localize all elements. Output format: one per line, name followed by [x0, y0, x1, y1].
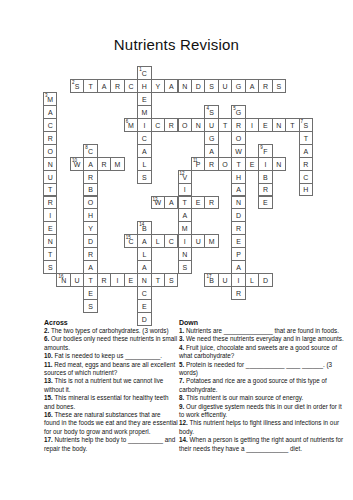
cell-letter: C: [88, 148, 93, 157]
cell-letter: I: [264, 161, 266, 170]
crossword-grid: 1C2STARCHYANDSUGARS3MEAM4S5GC6MICRONUTRI…: [43, 66, 313, 326]
cell-letter: I: [143, 122, 145, 131]
grid-cell[interactable]: D: [258, 273, 272, 287]
grid-cell[interactable]: L: [245, 273, 259, 287]
grid-cell[interactable]: 3M: [43, 92, 57, 106]
grid-cell[interactable]: R: [258, 79, 272, 93]
grid-cell[interactable]: U: [191, 234, 205, 248]
grid-cell[interactable]: 8C: [83, 144, 97, 158]
cell-number: 14: [139, 222, 144, 227]
clue-number: 5.: [179, 361, 186, 368]
cell-letter: A: [48, 109, 53, 118]
clue-item: 13. This is not a nutrient but we cannot…: [44, 377, 178, 394]
cell-letter: S: [48, 264, 53, 273]
grid-cell[interactable]: R: [164, 118, 178, 132]
grid-cell[interactable]: E: [258, 196, 272, 210]
grid-cell[interactable]: N: [191, 118, 205, 132]
grid-cell[interactable]: L: [137, 247, 151, 261]
cell-letter: S: [209, 109, 214, 118]
cell-letter: T: [48, 186, 52, 195]
grid-cell[interactable]: R: [258, 183, 272, 197]
cell-letter: G: [209, 135, 214, 144]
cell-letter: A: [88, 264, 93, 273]
clue-item: 1. Nutrients are ______________ that are…: [179, 327, 346, 335]
cell-letter: R: [48, 199, 53, 208]
grid-cell[interactable]: C: [151, 118, 165, 132]
grid-cell[interactable]: I: [110, 273, 124, 287]
cell-letter: I: [184, 238, 186, 247]
grid-cell[interactable]: N: [178, 247, 192, 261]
grid-cell[interactable]: R: [204, 157, 218, 171]
grid-cell[interactable]: 17B: [204, 273, 218, 287]
cell-letter: C: [128, 83, 133, 92]
grid-cell[interactable]: C: [164, 234, 178, 248]
cell-letter: I: [251, 122, 253, 131]
cell-number: 12: [180, 171, 185, 176]
grid-cell[interactable]: 12V: [178, 170, 192, 184]
cell-number: 9: [260, 145, 263, 150]
worksheet-page: { "title": "Nutrients Revision", "game":…: [0, 0, 353, 500]
clue-item: 14. When a person is getting the right a…: [179, 436, 346, 453]
cell-letter: A: [102, 83, 107, 92]
grid-cell[interactable]: R: [83, 170, 97, 184]
clue-number: 17.: [44, 436, 55, 443]
clue-item: 5. Protein is needed for ___________ ___…: [179, 361, 346, 378]
grid-cell[interactable]: W: [231, 144, 245, 158]
cell-letter: S: [88, 303, 93, 312]
grid-cell[interactable]: H: [137, 79, 151, 93]
grid-cell[interactable]: 4S: [204, 105, 218, 119]
clue-item: 15. This mineral is essential for health…: [44, 394, 178, 411]
cell-letter: A: [169, 83, 174, 92]
cell-number: 17: [206, 274, 211, 279]
grid-cell[interactable]: A: [231, 260, 245, 274]
cell-letter: C: [142, 135, 147, 144]
grid-cell[interactable]: 11P: [191, 157, 205, 171]
clue-text: Fruit juice, chocolate and sweets are a …: [179, 344, 337, 359]
cell-letter: T: [88, 83, 92, 92]
grid-cell[interactable]: I: [137, 118, 151, 132]
clue-text: Nutrients are ______________ that are fo…: [186, 327, 339, 334]
grid-cell[interactable]: O: [83, 196, 97, 210]
cell-letter: L: [156, 238, 160, 247]
cell-letter: A: [303, 148, 308, 157]
grid-cell[interactable]: T: [178, 196, 192, 210]
cell-letter: A: [142, 148, 147, 157]
cell-letter: I: [116, 277, 118, 286]
grid-cell[interactable]: O: [231, 131, 245, 145]
clue-number: 11.: [44, 361, 54, 368]
grid-cell[interactable]: T: [151, 273, 165, 287]
grid-cell[interactable]: A: [137, 260, 151, 274]
grid-cell[interactable]: N: [272, 157, 286, 171]
grid-cell[interactable]: Y: [83, 221, 97, 235]
clue-number: 9.: [179, 403, 186, 410]
cell-letter: E: [88, 290, 93, 299]
clue-number: 10.: [44, 352, 55, 359]
cell-letter: G: [236, 109, 241, 118]
grid-cell[interactable]: S: [164, 273, 178, 287]
grid-cell[interactable]: I: [231, 273, 245, 287]
clue-text: This nutrient helps to fight illness and…: [179, 419, 339, 434]
grid-cell[interactable]: R: [231, 286, 245, 300]
cell-letter: T: [183, 199, 187, 208]
grid-cell[interactable]: A: [231, 183, 245, 197]
clue-number: 6.: [44, 335, 51, 342]
across-clues-section: Across 2. The two types of carbohydrates…: [44, 318, 178, 453]
grid-cell[interactable]: B: [83, 183, 97, 197]
cell-letter: Y: [88, 225, 93, 234]
cell-number: 1: [139, 67, 142, 72]
cell-letter: T: [304, 135, 308, 144]
grid-cell[interactable]: T: [285, 118, 299, 132]
grid-cell[interactable]: R: [204, 196, 218, 210]
cell-letter: H: [142, 83, 147, 92]
grid-cell[interactable]: A: [178, 208, 192, 222]
cell-number: 8: [85, 145, 88, 150]
grid-cell[interactable]: T: [299, 131, 313, 145]
grid-cell[interactable]: E: [83, 286, 97, 300]
grid-cell[interactable]: T: [83, 273, 97, 287]
cell-number: 13: [153, 197, 158, 202]
grid-cell[interactable]: B: [258, 170, 272, 184]
cell-letter: A: [236, 264, 241, 273]
cell-letter: R: [169, 122, 174, 131]
grid-cell[interactable]: A: [83, 260, 97, 274]
grid-cell[interactable]: R: [97, 273, 111, 287]
clue-text: Protein is needed for ___________ ____ _…: [179, 361, 332, 376]
grid-cell[interactable]: A: [83, 157, 97, 171]
grid-cell[interactable]: R: [231, 221, 245, 235]
grid-cell[interactable]: 14B: [137, 221, 151, 235]
grid-cell[interactable]: 9F: [258, 144, 272, 158]
cell-letter: S: [182, 264, 187, 273]
cell-letter: Y: [155, 83, 160, 92]
grid-cell[interactable]: U: [218, 273, 232, 287]
grid-cell[interactable]: M: [137, 105, 151, 119]
grid-cell[interactable]: L: [137, 157, 151, 171]
down-clue-list: 1. Nutrients are ______________ that are…: [179, 327, 346, 453]
grid-cell[interactable]: C: [137, 131, 151, 145]
grid-cell[interactable]: R: [43, 196, 57, 210]
grid-cell[interactable]: T: [231, 157, 245, 171]
grid-cell[interactable]: A: [299, 144, 313, 158]
cell-letter: U: [48, 174, 53, 183]
grid-cell[interactable]: C: [137, 286, 151, 300]
cell-letter: C: [142, 70, 147, 79]
grid-cell[interactable]: 16N: [56, 273, 70, 287]
grid-cell[interactable]: D: [231, 208, 245, 222]
grid-cell[interactable]: 1C: [137, 66, 151, 80]
grid-cell[interactable]: R: [43, 131, 57, 145]
cell-letter: I: [184, 186, 186, 195]
cell-number: 10: [72, 158, 77, 163]
grid-cell[interactable]: S: [137, 170, 151, 184]
cell-letter: T: [223, 122, 227, 131]
grid-cell[interactable]: A: [137, 144, 151, 158]
grid-cell[interactable]: O: [178, 118, 192, 132]
cell-letter: N: [182, 83, 187, 92]
cell-letter: E: [142, 96, 147, 105]
grid-cell[interactable]: S: [43, 260, 57, 274]
grid-cell[interactable]: T: [218, 118, 232, 132]
grid-cell[interactable]: R: [83, 247, 97, 261]
grid-cell[interactable]: S: [204, 79, 218, 93]
cell-letter: A: [250, 83, 255, 92]
cell-letter: R: [263, 83, 268, 92]
clue-text: The two types of carbohydrates. (3 words…: [51, 327, 169, 334]
cell-letter: D: [263, 277, 268, 286]
cell-letter: A: [88, 161, 93, 170]
grid-cell[interactable]: A: [164, 196, 178, 210]
grid-cell[interactable]: L: [151, 234, 165, 248]
cell-letter: F: [263, 148, 267, 157]
grid-cell[interactable]: U: [204, 118, 218, 132]
clue-number: 8.: [179, 394, 186, 401]
cell-letter: E: [263, 199, 268, 208]
grid-cell[interactable]: G: [231, 79, 245, 93]
cell-number: 6: [126, 119, 129, 124]
grid-cell[interactable]: E: [191, 196, 205, 210]
clue-item: 3. We need these nutrients everyday and …: [179, 335, 346, 343]
grid-cell[interactable]: 15C: [124, 234, 138, 248]
grid-cell[interactable]: C: [124, 79, 138, 93]
grid-cell[interactable]: R: [299, 157, 313, 171]
cell-number: 7: [301, 119, 304, 124]
cell-letter: H: [303, 186, 308, 195]
cell-letter: T: [88, 277, 92, 286]
grid-cell[interactable]: O: [43, 144, 57, 158]
cell-letter: I: [49, 212, 51, 221]
grid-cell[interactable]: E: [137, 299, 151, 313]
grid-cell[interactable]: H: [299, 183, 313, 197]
cell-letter: R: [88, 251, 93, 260]
grid-cell[interactable]: A: [97, 79, 111, 93]
grid-cell[interactable]: N: [43, 157, 57, 171]
clue-number: 15.: [44, 394, 55, 401]
down-clues-section: Down 1. Nutrients are ______________ tha…: [179, 318, 346, 453]
clue-number: 1.: [179, 327, 186, 334]
cell-letter: A: [142, 238, 147, 247]
cell-letter: H: [88, 212, 93, 221]
grid-cell[interactable]: R: [110, 79, 124, 93]
cell-letter: R: [101, 161, 106, 170]
cell-letter: I: [238, 277, 240, 286]
grid-cell[interactable]: H: [83, 208, 97, 222]
cell-number: 3: [45, 93, 48, 98]
grid-cell[interactable]: T: [43, 183, 57, 197]
clue-number: 12.: [179, 419, 190, 426]
grid-cell[interactable]: H: [231, 170, 245, 184]
clue-text: These are natural substances that are fo…: [44, 411, 178, 435]
grid-cell[interactable]: N: [178, 79, 192, 93]
clue-number: 16.: [44, 411, 55, 418]
page-title: Nutrients Revision: [0, 36, 353, 53]
cell-letter: R: [236, 290, 241, 299]
cell-letter: U: [75, 277, 80, 286]
clue-item: 8. This nutrient is our main source of e…: [179, 394, 346, 402]
cell-letter: T: [236, 161, 240, 170]
clue-number: 2.: [44, 327, 51, 334]
grid-cell[interactable]: U: [43, 170, 57, 184]
cell-letter: D: [88, 238, 93, 247]
cell-letter: P: [236, 251, 241, 260]
clue-item: 6. Our bodies only need these nutrients …: [44, 335, 178, 352]
grid-cell[interactable]: N: [137, 273, 151, 287]
cell-letter: D: [236, 212, 241, 221]
cell-letter: N: [142, 277, 147, 286]
cell-letter: S: [277, 83, 282, 92]
cell-letter: S: [75, 83, 80, 92]
cell-letter: M: [128, 122, 134, 131]
grid-cell[interactable]: E: [124, 273, 138, 287]
grid-cell[interactable]: S: [272, 79, 286, 93]
grid-cell[interactable]: S: [83, 299, 97, 313]
clue-item: 12. This nutrient helps to fight illness…: [179, 419, 346, 436]
grid-cell[interactable]: D: [83, 234, 97, 248]
cell-letter: L: [250, 277, 254, 286]
clue-item: 16. These are natural substances that ar…: [44, 411, 178, 436]
cell-letter: T: [290, 122, 294, 131]
cell-letter: L: [142, 161, 146, 170]
grid-cell[interactable]: E: [258, 118, 272, 132]
grid-cell[interactable]: A: [204, 144, 218, 158]
clue-text: This nutrient is our main source of ener…: [186, 394, 303, 401]
cell-letter: T: [156, 277, 160, 286]
grid-cell[interactable]: 6M: [124, 118, 138, 132]
cell-letter: A: [182, 212, 187, 221]
clue-text: Our digestive system needs this in our d…: [179, 403, 342, 418]
grid-cell[interactable]: I: [178, 183, 192, 197]
grid-cell[interactable]: U: [70, 273, 84, 287]
grid-cell[interactable]: R: [231, 118, 245, 132]
grid-cell[interactable]: O: [218, 157, 232, 171]
grid-cell[interactable]: 7S: [299, 118, 313, 132]
clue-item: 4. Fruit juice, chocolate and sweets are…: [179, 344, 346, 361]
clue-text: When a person is getting the right aount…: [179, 436, 343, 451]
clue-text: We need these nutrients everyday and in …: [186, 335, 344, 342]
cell-letter: R: [236, 122, 241, 131]
cell-letter: C: [142, 290, 147, 299]
cell-letter: R: [48, 135, 53, 144]
clue-text: Our bodies only need these nutrients in …: [44, 335, 177, 350]
grid-cell[interactable]: G: [204, 131, 218, 145]
cell-letter: C: [169, 238, 174, 247]
grid-cell[interactable]: M: [204, 234, 218, 248]
cell-letter: R: [88, 174, 93, 183]
cell-letter: N: [196, 122, 201, 131]
grid-cell[interactable]: 10W: [70, 157, 84, 171]
grid-cell[interactable]: D: [191, 79, 205, 93]
clue-item: 17. Nutrients help the body to _________…: [44, 436, 178, 453]
grid-cell[interactable]: A: [43, 105, 57, 119]
grid-cell[interactable]: M: [110, 157, 124, 171]
grid-cell[interactable]: 5G: [231, 105, 245, 119]
grid-cell[interactable]: S: [178, 260, 192, 274]
cell-letter: U: [196, 238, 201, 247]
cell-letter: C: [303, 174, 308, 183]
cell-letter: O: [182, 122, 187, 131]
grid-cell[interactable]: A: [164, 79, 178, 93]
cell-letter: M: [47, 96, 53, 105]
cell-number: 2: [72, 80, 75, 85]
cell-letter: M: [209, 238, 215, 247]
cell-letter: O: [222, 161, 227, 170]
cell-letter: L: [142, 251, 146, 260]
cell-letter: A: [142, 264, 147, 273]
clue-number: 7.: [179, 377, 186, 384]
clue-item: 2. The two types of carbohydrates. (3 wo…: [44, 327, 178, 335]
cell-letter: E: [263, 122, 268, 131]
grid-cell[interactable]: E: [231, 234, 245, 248]
grid-cell[interactable]: 13W: [151, 196, 165, 210]
cell-letter: R: [303, 161, 308, 170]
grid-cell[interactable]: T: [83, 79, 97, 93]
grid-cell[interactable]: N: [231, 196, 245, 210]
cell-number: 16: [58, 274, 63, 279]
across-clue-list: 2. The two types of carbohydrates. (3 wo…: [44, 327, 178, 453]
grid-cell[interactable]: I: [178, 234, 192, 248]
cell-letter: O: [47, 148, 52, 157]
cell-letter: S: [209, 83, 214, 92]
cell-letter: N: [48, 161, 53, 170]
grid-cell[interactable]: A: [137, 234, 151, 248]
cell-letter: S: [303, 122, 308, 131]
grid-cell[interactable]: I: [245, 118, 259, 132]
grid-cell[interactable]: A: [245, 79, 259, 93]
cell-letter: O: [88, 199, 93, 208]
clue-item: 10. Fat is needed to keep us __________.: [44, 352, 178, 360]
grid-cell[interactable]: N: [272, 118, 286, 132]
clue-number: 13.: [44, 377, 55, 384]
cell-letter: E: [250, 161, 255, 170]
cell-letter: M: [115, 161, 121, 170]
grid-cell[interactable]: 2S: [70, 79, 84, 93]
clue-text: Nutrients help the body to __________ an…: [44, 436, 175, 451]
grid-cell[interactable]: E: [137, 92, 151, 106]
cell-letter: U: [223, 83, 228, 92]
cell-letter: N: [276, 122, 281, 131]
clue-number: 14.: [179, 436, 190, 443]
grid-cell[interactable]: E: [245, 157, 259, 171]
cell-letter: R: [101, 277, 106, 286]
cell-letter: N: [48, 238, 53, 247]
grid-cell[interactable]: M: [178, 221, 192, 235]
cell-letter: C: [48, 122, 53, 131]
grid-cell[interactable]: I: [258, 157, 272, 171]
grid-cell[interactable]: E: [43, 221, 57, 235]
clue-item: 11. Red meat, eggs and beans are all exc…: [44, 361, 178, 378]
grid-cell[interactable]: C: [43, 118, 57, 132]
grid-cell[interactable]: N: [43, 234, 57, 248]
down-heading: Down: [179, 318, 346, 327]
grid-cell[interactable]: U: [218, 79, 232, 93]
grid-cell[interactable]: R: [97, 157, 111, 171]
grid-cell[interactable]: T: [43, 247, 57, 261]
cell-letter: N: [236, 199, 241, 208]
cell-letter: E: [196, 199, 201, 208]
cell-letter: A: [169, 199, 174, 208]
cell-letter: R: [263, 186, 268, 195]
cell-letter: R: [115, 83, 120, 92]
cell-number: 4: [206, 106, 209, 111]
grid-cell[interactable]: I: [43, 208, 57, 222]
grid-cell[interactable]: Y: [151, 79, 165, 93]
cell-letter: R: [209, 199, 214, 208]
grid-cell[interactable]: P: [231, 247, 245, 261]
grid-cell[interactable]: C: [299, 170, 313, 184]
clue-text: Red meat, eggs and beans are all excelle…: [44, 361, 175, 376]
